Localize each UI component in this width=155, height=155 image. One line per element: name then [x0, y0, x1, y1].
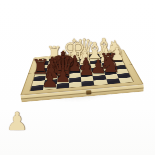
square-e1: [81, 80, 94, 86]
square-a1: [30, 85, 44, 91]
square-d1: [69, 82, 82, 88]
offboard-pawn-shadow: [7, 124, 29, 132]
square-h1: [118, 77, 133, 83]
square-c1: [56, 83, 69, 89]
product-photo: ♟ ♜♚♛♝♟♟♟♝♟♞♟♟♟♟♝♟♜♟♚♟♟♜♟♛♟♟♞♟♟: [0, 0, 155, 155]
square-b1: [43, 84, 56, 90]
clasp-icon: [86, 90, 91, 94]
